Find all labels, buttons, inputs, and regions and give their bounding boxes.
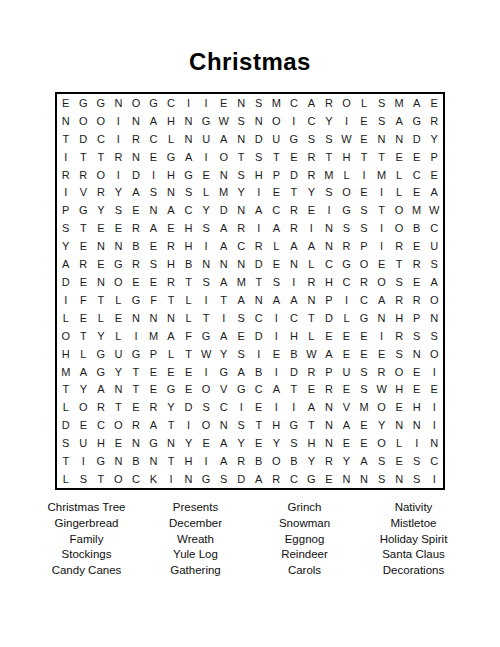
grid-cell-r2c22[interactable]: R xyxy=(425,112,443,130)
grid-cell-r4c9[interactable]: I xyxy=(197,148,215,166)
grid-cell-r1c18[interactable]: L xyxy=(355,94,373,112)
grid-cell-r14c13[interactable]: I xyxy=(268,327,286,345)
grid-cell-r6c14[interactable]: T xyxy=(285,184,303,202)
grid-cell-r6c19[interactable]: I xyxy=(373,184,391,202)
grid-cell-r10c22[interactable]: S xyxy=(425,255,443,273)
grid-cell-r22c18[interactable]: N xyxy=(355,470,373,488)
grid-cell-r14c8[interactable]: F xyxy=(180,327,198,345)
grid-cell-r3c17[interactable]: W xyxy=(338,130,356,148)
grid-cell-r21c6[interactable]: N xyxy=(145,452,163,470)
grid-cell-r22c8[interactable]: N xyxy=(180,470,198,488)
grid-cell-r8c4[interactable]: E xyxy=(110,219,128,237)
grid-cell-r2c2[interactable]: O xyxy=(75,112,93,130)
grid-cell-r4c14[interactable]: E xyxy=(285,148,303,166)
grid-cell-r13c18[interactable]: G xyxy=(355,309,373,327)
grid-cell-r12c10[interactable]: T xyxy=(215,291,233,309)
grid-cell-r20c2[interactable]: U xyxy=(75,434,93,452)
grid-cell-r3c13[interactable]: U xyxy=(268,130,286,148)
grid-cell-r9c7[interactable]: R xyxy=(162,237,180,255)
grid-cell-r9c14[interactable]: A xyxy=(285,237,303,255)
grid-cell-r13c21[interactable]: P xyxy=(408,309,426,327)
grid-cell-r16c21[interactable]: E xyxy=(408,363,426,381)
grid-cell-r8c8[interactable]: H xyxy=(180,219,198,237)
grid-cell-r19c15[interactable]: T xyxy=(303,416,321,434)
grid-cell-r16c5[interactable]: T xyxy=(127,363,145,381)
grid-cell-r1c13[interactable]: M xyxy=(268,94,286,112)
grid-cell-r17c5[interactable]: T xyxy=(127,381,145,399)
grid-cell-r5c5[interactable]: D xyxy=(127,166,145,184)
grid-cell-r11c6[interactable]: E xyxy=(145,273,163,291)
grid-cell-r13c15[interactable]: T xyxy=(303,309,321,327)
grid-cell-r19c22[interactable]: I xyxy=(425,416,443,434)
grid-cell-r21c7[interactable]: T xyxy=(162,452,180,470)
grid-cell-r2c13[interactable]: O xyxy=(268,112,286,130)
grid-cell-r22c14[interactable]: C xyxy=(285,470,303,488)
grid-cell-r11c17[interactable]: C xyxy=(338,273,356,291)
grid-cell-r16c9[interactable]: I xyxy=(197,363,215,381)
grid-cell-r3c19[interactable]: N xyxy=(373,130,391,148)
grid-cell-r2c5[interactable]: N xyxy=(127,112,145,130)
grid-cell-r22c15[interactable]: G xyxy=(303,470,321,488)
grid-cell-r16c7[interactable]: E xyxy=(162,363,180,381)
grid-cell-r3c10[interactable]: A xyxy=(215,130,233,148)
grid-cell-r21c22[interactable]: C xyxy=(425,452,443,470)
grid-cell-r5c16[interactable]: M xyxy=(320,166,338,184)
grid-cell-r16c14[interactable]: D xyxy=(285,363,303,381)
grid-cell-r10c15[interactable]: L xyxy=(303,255,321,273)
grid-cell-r16c8[interactable]: E xyxy=(180,363,198,381)
grid-cell-r15c1[interactable]: H xyxy=(57,345,75,363)
grid-cell-r12c16[interactable]: P xyxy=(320,291,338,309)
grid-cell-r2c7[interactable]: H xyxy=(162,112,180,130)
grid-cell-r11c4[interactable]: O xyxy=(110,273,128,291)
grid-cell-r14c2[interactable]: T xyxy=(75,327,93,345)
grid-cell-r22c12[interactable]: A xyxy=(250,470,268,488)
grid-cell-r19c4[interactable]: O xyxy=(110,416,128,434)
grid-cell-r14c12[interactable]: D xyxy=(250,327,268,345)
grid-cell-r9c16[interactable]: N xyxy=(320,237,338,255)
grid-cell-r5c18[interactable]: I xyxy=(355,166,373,184)
grid-cell-r3c7[interactable]: L xyxy=(162,130,180,148)
grid-cell-r12c19[interactable]: A xyxy=(373,291,391,309)
grid-cell-r1c22[interactable]: E xyxy=(425,94,443,112)
grid-cell-r21c16[interactable]: R xyxy=(320,452,338,470)
grid-cell-r19c2[interactable]: E xyxy=(75,416,93,434)
grid-cell-r10c10[interactable]: N xyxy=(215,255,233,273)
grid-cell-r10c18[interactable]: O xyxy=(355,255,373,273)
grid-cell-r17c3[interactable]: A xyxy=(92,381,110,399)
grid-cell-r16c16[interactable]: P xyxy=(320,363,338,381)
grid-cell-r10c6[interactable]: S xyxy=(145,255,163,273)
grid-cell-r21c18[interactable]: A xyxy=(355,452,373,470)
grid-cell-r20c13[interactable]: Y xyxy=(268,434,286,452)
grid-cell-r3c14[interactable]: G xyxy=(285,130,303,148)
grid-cell-r8c14[interactable]: R xyxy=(285,219,303,237)
grid-cell-r13c16[interactable]: D xyxy=(320,309,338,327)
grid-cell-r14c22[interactable]: S xyxy=(425,327,443,345)
grid-cell-r7c9[interactable]: Y xyxy=(197,201,215,219)
grid-cell-r4c5[interactable]: N xyxy=(127,148,145,166)
grid-cell-r14c10[interactable]: A xyxy=(215,327,233,345)
grid-cell-r10c1[interactable]: A xyxy=(57,255,75,273)
grid-cell-r1c8[interactable]: I xyxy=(180,94,198,112)
grid-cell-r21c2[interactable]: I xyxy=(75,452,93,470)
grid-cell-r18c6[interactable]: R xyxy=(145,398,163,416)
grid-cell-r16c18[interactable]: S xyxy=(355,363,373,381)
grid-cell-r11c11[interactable]: M xyxy=(232,273,250,291)
grid-cell-r13c20[interactable]: H xyxy=(390,309,408,327)
grid-cell-r22c3[interactable]: T xyxy=(92,470,110,488)
grid-cell-r17c12[interactable]: C xyxy=(250,381,268,399)
grid-cell-r19c10[interactable]: N xyxy=(215,416,233,434)
grid-cell-r21c15[interactable]: Y xyxy=(303,452,321,470)
grid-cell-r3c8[interactable]: N xyxy=(180,130,198,148)
grid-cell-r20c5[interactable]: N xyxy=(127,434,145,452)
grid-cell-r18c2[interactable]: O xyxy=(75,398,93,416)
grid-cell-r22c19[interactable]: S xyxy=(373,470,391,488)
grid-cell-r9c8[interactable]: H xyxy=(180,237,198,255)
grid-cell-r9c6[interactable]: E xyxy=(145,237,163,255)
grid-cell-r13c22[interactable]: N xyxy=(425,309,443,327)
grid-cell-r19c12[interactable]: T xyxy=(250,416,268,434)
grid-cell-r16c11[interactable]: A xyxy=(232,363,250,381)
grid-cell-r10c13[interactable]: E xyxy=(268,255,286,273)
grid-cell-r7c1[interactable]: P xyxy=(57,201,75,219)
grid-cell-r9c15[interactable]: A xyxy=(303,237,321,255)
grid-cell-r5c21[interactable]: C xyxy=(408,166,426,184)
grid-cell-r7c18[interactable]: S xyxy=(355,201,373,219)
grid-cell-r10c11[interactable]: N xyxy=(232,255,250,273)
grid-cell-r14c15[interactable]: L xyxy=(303,327,321,345)
grid-cell-r14c3[interactable]: Y xyxy=(92,327,110,345)
grid-cell-r4c15[interactable]: R xyxy=(303,148,321,166)
grid-cell-r12c7[interactable]: T xyxy=(162,291,180,309)
grid-cell-r22c5[interactable]: C xyxy=(127,470,145,488)
grid-cell-r10c16[interactable]: C xyxy=(320,255,338,273)
grid-cell-r11c22[interactable]: A xyxy=(425,273,443,291)
grid-cell-r7c7[interactable]: A xyxy=(162,201,180,219)
grid-cell-r7c22[interactable]: W xyxy=(425,201,443,219)
grid-cell-r16c12[interactable]: B xyxy=(250,363,268,381)
grid-cell-r22c6[interactable]: K xyxy=(145,470,163,488)
grid-cell-r1c6[interactable]: G xyxy=(145,94,163,112)
grid-cell-r1c7[interactable]: C xyxy=(162,94,180,112)
grid-cell-r22c10[interactable]: S xyxy=(215,470,233,488)
grid-cell-r11c5[interactable]: E xyxy=(127,273,145,291)
grid-cell-r20c19[interactable]: O xyxy=(373,434,391,452)
grid-cell-r22c20[interactable]: N xyxy=(390,470,408,488)
grid-cell-r11c2[interactable]: E xyxy=(75,273,93,291)
grid-cell-r4c12[interactable]: S xyxy=(250,148,268,166)
grid-cell-r15c7[interactable]: L xyxy=(162,345,180,363)
grid-cell-r22c2[interactable]: S xyxy=(75,470,93,488)
grid-cell-r15c5[interactable]: G xyxy=(127,345,145,363)
grid-cell-r15c14[interactable]: B xyxy=(285,345,303,363)
grid-cell-r3c6[interactable]: C xyxy=(145,130,163,148)
grid-cell-r2c8[interactable]: N xyxy=(180,112,198,130)
grid-cell-r12c8[interactable]: L xyxy=(180,291,198,309)
grid-cell-r6c2[interactable]: V xyxy=(75,184,93,202)
grid-cell-r21c14[interactable]: B xyxy=(285,452,303,470)
grid-cell-r10c8[interactable]: B xyxy=(180,255,198,273)
grid-cell-r7c20[interactable]: O xyxy=(390,201,408,219)
grid-cell-r17c10[interactable]: V xyxy=(215,381,233,399)
grid-cell-r14c18[interactable]: E xyxy=(355,327,373,345)
grid-cell-r18c15[interactable]: A xyxy=(303,398,321,416)
grid-cell-r18c3[interactable]: R xyxy=(92,398,110,416)
grid-cell-r15c22[interactable]: O xyxy=(425,345,443,363)
grid-cell-r20c3[interactable]: H xyxy=(92,434,110,452)
grid-cell-r17c20[interactable]: H xyxy=(390,381,408,399)
grid-cell-r11c14[interactable]: I xyxy=(285,273,303,291)
grid-cell-r21c10[interactable]: A xyxy=(215,452,233,470)
grid-cell-r11c19[interactable]: O xyxy=(373,273,391,291)
grid-cell-r15c15[interactable]: W xyxy=(303,345,321,363)
grid-cell-r20c18[interactable]: E xyxy=(355,434,373,452)
grid-cell-r1c5[interactable]: O xyxy=(127,94,145,112)
grid-cell-r10c5[interactable]: R xyxy=(127,255,145,273)
grid-cell-r12c12[interactable]: N xyxy=(250,291,268,309)
grid-cell-r17c16[interactable]: R xyxy=(320,381,338,399)
grid-cell-r4c2[interactable]: T xyxy=(75,148,93,166)
grid-cell-r17c11[interactable]: G xyxy=(232,381,250,399)
grid-cell-r19c3[interactable]: C xyxy=(92,416,110,434)
grid-cell-r22c4[interactable]: O xyxy=(110,470,128,488)
grid-cell-r15c4[interactable]: U xyxy=(110,345,128,363)
grid-cell-r22c11[interactable]: D xyxy=(232,470,250,488)
grid-cell-r12c22[interactable]: O xyxy=(425,291,443,309)
grid-cell-r7c8[interactable]: C xyxy=(180,201,198,219)
grid-cell-r12c17[interactable]: I xyxy=(338,291,356,309)
grid-cell-r13c6[interactable]: N xyxy=(145,309,163,327)
grid-cell-r11c15[interactable]: R xyxy=(303,273,321,291)
grid-cell-r3c12[interactable]: D xyxy=(250,130,268,148)
grid-cell-r10c21[interactable]: R xyxy=(408,255,426,273)
grid-cell-r8c19[interactable]: I xyxy=(373,219,391,237)
grid-cell-r2c17[interactable]: I xyxy=(338,112,356,130)
grid-cell-r21c21[interactable]: S xyxy=(408,452,426,470)
grid-cell-r21c3[interactable]: G xyxy=(92,452,110,470)
grid-cell-r7c12[interactable]: A xyxy=(250,201,268,219)
grid-cell-r11c13[interactable]: S xyxy=(268,273,286,291)
grid-cell-r17c4[interactable]: N xyxy=(110,381,128,399)
grid-cell-r19c21[interactable]: N xyxy=(408,416,426,434)
grid-cell-r7c14[interactable]: R xyxy=(285,201,303,219)
grid-cell-r13c1[interactable]: L xyxy=(57,309,75,327)
grid-cell-r4c13[interactable]: T xyxy=(268,148,286,166)
grid-cell-r10c12[interactable]: D xyxy=(250,255,268,273)
grid-cell-r7c17[interactable]: G xyxy=(338,201,356,219)
grid-cell-r14c16[interactable]: E xyxy=(320,327,338,345)
grid-cell-r19c17[interactable]: A xyxy=(338,416,356,434)
grid-cell-r13c19[interactable]: N xyxy=(373,309,391,327)
grid-cell-r21c19[interactable]: S xyxy=(373,452,391,470)
grid-cell-r2c10[interactable]: W xyxy=(215,112,233,130)
grid-cell-r5c11[interactable]: S xyxy=(232,166,250,184)
grid-cell-r18c20[interactable]: E xyxy=(390,398,408,416)
grid-cell-r18c7[interactable]: Y xyxy=(162,398,180,416)
grid-cell-r22c21[interactable]: S xyxy=(408,470,426,488)
grid-cell-r15c3[interactable]: G xyxy=(92,345,110,363)
grid-cell-r13c10[interactable]: I xyxy=(215,309,233,327)
grid-cell-r18c19[interactable]: O xyxy=(373,398,391,416)
grid-cell-r20c20[interactable]: L xyxy=(390,434,408,452)
grid-cell-r7c10[interactable]: D xyxy=(215,201,233,219)
grid-cell-r5c19[interactable]: M xyxy=(373,166,391,184)
grid-cell-r1c15[interactable]: A xyxy=(303,94,321,112)
grid-cell-r10c19[interactable]: E xyxy=(373,255,391,273)
grid-cell-r20c1[interactable]: S xyxy=(57,434,75,452)
grid-cell-r5c15[interactable]: R xyxy=(303,166,321,184)
grid-cell-r14c9[interactable]: G xyxy=(197,327,215,345)
grid-cell-r17c19[interactable]: W xyxy=(373,381,391,399)
grid-cell-r16c1[interactable]: M xyxy=(57,363,75,381)
grid-cell-r6c6[interactable]: S xyxy=(145,184,163,202)
grid-cell-r11c18[interactable]: R xyxy=(355,273,373,291)
grid-cell-r12c2[interactable]: F xyxy=(75,291,93,309)
grid-cell-r12c15[interactable]: N xyxy=(303,291,321,309)
grid-cell-r1c3[interactable]: G xyxy=(92,94,110,112)
grid-cell-r5c3[interactable]: O xyxy=(92,166,110,184)
grid-cell-r21c20[interactable]: E xyxy=(390,452,408,470)
grid-cell-r7c6[interactable]: N xyxy=(145,201,163,219)
grid-cell-r20c12[interactable]: E xyxy=(250,434,268,452)
grid-cell-r16c4[interactable]: Y xyxy=(110,363,128,381)
grid-cell-r13c2[interactable]: E xyxy=(75,309,93,327)
grid-cell-r22c22[interactable]: I xyxy=(425,470,443,488)
grid-cell-r9c5[interactable]: B xyxy=(127,237,145,255)
grid-cell-r14c14[interactable]: H xyxy=(285,327,303,345)
grid-cell-r20c8[interactable]: Y xyxy=(180,434,198,452)
grid-cell-r12c13[interactable]: A xyxy=(268,291,286,309)
grid-cell-r2c16[interactable]: Y xyxy=(320,112,338,130)
grid-cell-r6c17[interactable]: O xyxy=(338,184,356,202)
grid-cell-r19c13[interactable]: H xyxy=(268,416,286,434)
grid-cell-r20c14[interactable]: S xyxy=(285,434,303,452)
grid-cell-r4c22[interactable]: P xyxy=(425,148,443,166)
grid-cell-r21c1[interactable]: T xyxy=(57,452,75,470)
grid-cell-r2c6[interactable]: A xyxy=(145,112,163,130)
grid-cell-r8c12[interactable]: I xyxy=(250,219,268,237)
grid-cell-r3c21[interactable]: D xyxy=(408,130,426,148)
grid-cell-r13c12[interactable]: C xyxy=(250,309,268,327)
grid-cell-r8c9[interactable]: S xyxy=(197,219,215,237)
grid-cell-r2c20[interactable]: A xyxy=(390,112,408,130)
grid-cell-r4c6[interactable]: E xyxy=(145,148,163,166)
grid-cell-r12c3[interactable]: T xyxy=(92,291,110,309)
grid-cell-r3c11[interactable]: N xyxy=(232,130,250,148)
grid-cell-r10c7[interactable]: H xyxy=(162,255,180,273)
grid-cell-r10c2[interactable]: R xyxy=(75,255,93,273)
grid-cell-r12c6[interactable]: F xyxy=(145,291,163,309)
grid-cell-r3c1[interactable]: T xyxy=(57,130,75,148)
grid-cell-r18c21[interactable]: H xyxy=(408,398,426,416)
grid-cell-r9c4[interactable]: N xyxy=(110,237,128,255)
grid-cell-r8c5[interactable]: R xyxy=(127,219,145,237)
grid-cell-r16c6[interactable]: E xyxy=(145,363,163,381)
grid-cell-r22c13[interactable]: R xyxy=(268,470,286,488)
grid-cell-r17c22[interactable]: E xyxy=(425,381,443,399)
grid-cell-r19c19[interactable]: Y xyxy=(373,416,391,434)
grid-cell-r13c8[interactable]: L xyxy=(180,309,198,327)
grid-cell-r12c20[interactable]: R xyxy=(390,291,408,309)
grid-cell-r21c17[interactable]: Y xyxy=(338,452,356,470)
grid-cell-r8c16[interactable]: N xyxy=(320,219,338,237)
grid-cell-r20c7[interactable]: N xyxy=(162,434,180,452)
grid-cell-r8c13[interactable]: A xyxy=(268,219,286,237)
grid-cell-r3c4[interactable]: I xyxy=(110,130,128,148)
grid-cell-r6c16[interactable]: S xyxy=(320,184,338,202)
grid-cell-r4c19[interactable]: T xyxy=(373,148,391,166)
grid-cell-r12c9[interactable]: I xyxy=(197,291,215,309)
grid-cell-r18c10[interactable]: C xyxy=(215,398,233,416)
grid-cell-r6c1[interactable]: I xyxy=(57,184,75,202)
grid-cell-r21c9[interactable]: I xyxy=(197,452,215,470)
grid-cell-r12c14[interactable]: A xyxy=(285,291,303,309)
grid-cell-r19c8[interactable]: I xyxy=(180,416,198,434)
grid-cell-r11c3[interactable]: N xyxy=(92,273,110,291)
grid-cell-r16c20[interactable]: O xyxy=(390,363,408,381)
grid-cell-r1c12[interactable]: S xyxy=(250,94,268,112)
grid-cell-r19c9[interactable]: O xyxy=(197,416,215,434)
grid-cell-r17c6[interactable]: E xyxy=(145,381,163,399)
grid-cell-r8c21[interactable]: B xyxy=(408,219,426,237)
grid-cell-r6c5[interactable]: A xyxy=(127,184,145,202)
grid-cell-r8c1[interactable]: S xyxy=(57,219,75,237)
grid-cell-r3c5[interactable]: R xyxy=(127,130,145,148)
grid-cell-r9c22[interactable]: U xyxy=(425,237,443,255)
grid-cell-r15c2[interactable]: L xyxy=(75,345,93,363)
grid-cell-r1c19[interactable]: S xyxy=(373,94,391,112)
grid-cell-r7c19[interactable]: T xyxy=(373,201,391,219)
grid-cell-r4c10[interactable]: O xyxy=(215,148,233,166)
grid-cell-r6c13[interactable]: E xyxy=(268,184,286,202)
grid-cell-r1c20[interactable]: M xyxy=(390,94,408,112)
grid-cell-r1c10[interactable]: E xyxy=(215,94,233,112)
grid-cell-r2c9[interactable]: G xyxy=(197,112,215,130)
grid-cell-r7c13[interactable]: C xyxy=(268,201,286,219)
grid-cell-r5c14[interactable]: D xyxy=(285,166,303,184)
grid-cell-r15c9[interactable]: W xyxy=(197,345,215,363)
grid-cell-r11c21[interactable]: E xyxy=(408,273,426,291)
grid-cell-r15c8[interactable]: T xyxy=(180,345,198,363)
grid-cell-r14c1[interactable]: O xyxy=(57,327,75,345)
grid-cell-r9c9[interactable]: I xyxy=(197,237,215,255)
grid-cell-r15c19[interactable]: E xyxy=(373,345,391,363)
grid-cell-r4c18[interactable]: T xyxy=(355,148,373,166)
grid-cell-r6c7[interactable]: N xyxy=(162,184,180,202)
grid-cell-r4c8[interactable]: A xyxy=(180,148,198,166)
grid-cell-r20c4[interactable]: E xyxy=(110,434,128,452)
grid-cell-r10c20[interactable]: T xyxy=(390,255,408,273)
grid-cell-r21c8[interactable]: H xyxy=(180,452,198,470)
grid-cell-r2c18[interactable]: E xyxy=(355,112,373,130)
grid-cell-r8c17[interactable]: S xyxy=(338,219,356,237)
grid-cell-r22c17[interactable]: N xyxy=(338,470,356,488)
grid-cell-r10c3[interactable]: E xyxy=(92,255,110,273)
grid-cell-r14c11[interactable]: E xyxy=(232,327,250,345)
grid-cell-r10c4[interactable]: G xyxy=(110,255,128,273)
grid-cell-r6c11[interactable]: Y xyxy=(232,184,250,202)
grid-cell-r17c1[interactable]: T xyxy=(57,381,75,399)
grid-cell-r22c7[interactable]: I xyxy=(162,470,180,488)
grid-cell-r1c16[interactable]: R xyxy=(320,94,338,112)
grid-cell-r20c9[interactable]: E xyxy=(197,434,215,452)
grid-cell-r21c5[interactable]: B xyxy=(127,452,145,470)
grid-cell-r22c1[interactable]: L xyxy=(57,470,75,488)
grid-cell-r5c1[interactable]: R xyxy=(57,166,75,184)
grid-cell-r12c11[interactable]: A xyxy=(232,291,250,309)
